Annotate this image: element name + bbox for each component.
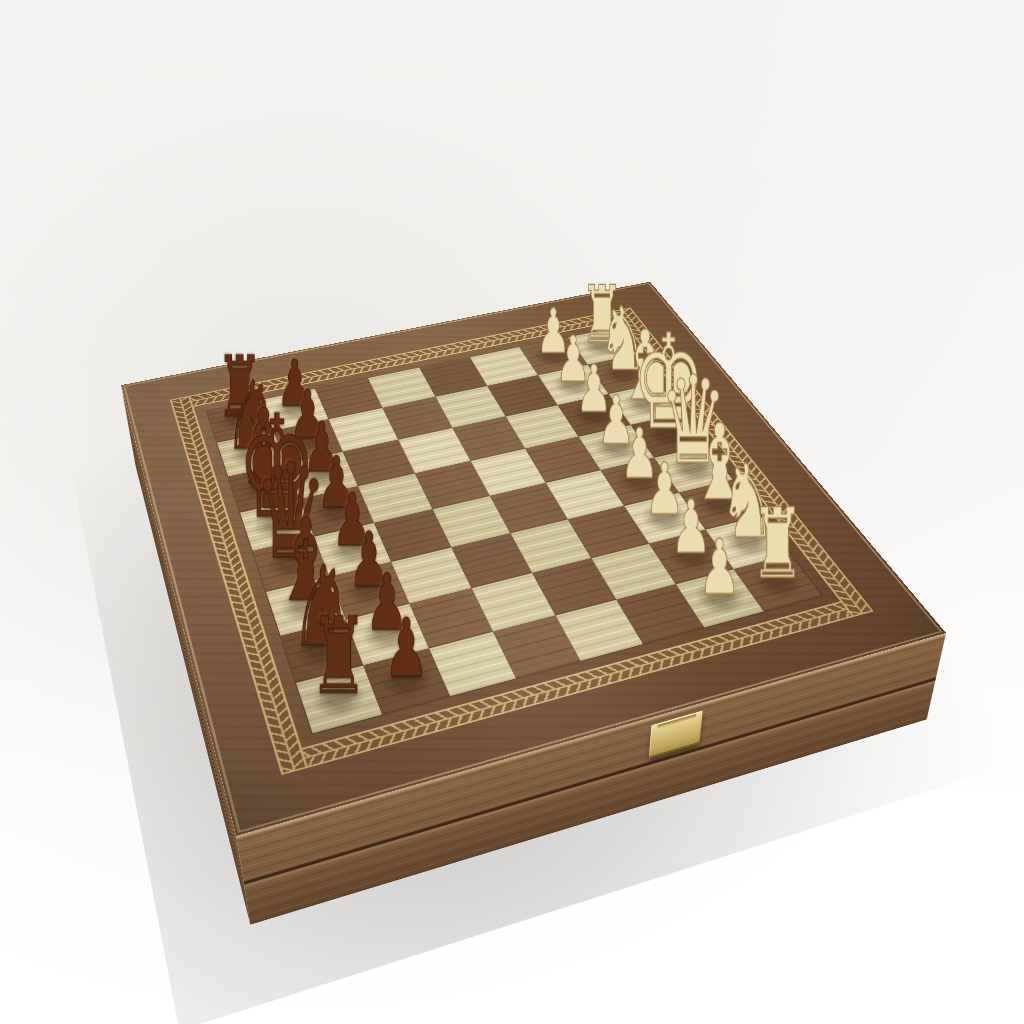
chess-case: ♜♞♝♛♚♝♞♜♟♟♟♟♟♟♟♟♟♟♟♟♟♟♟♟♜♞♝♛♚♝♞♜ [121,282,946,836]
brass-clasp [649,711,703,759]
scene: ♜♞♝♛♚♝♞♜♟♟♟♟♟♟♟♟♟♟♟♟♟♟♟♟♜♞♝♛♚♝♞♜ [0,0,1024,1024]
piece-black-rook-a8: ♜ [309,603,368,709]
piece-white-pawn-a2: ♟ [698,529,740,605]
piece-white-rook-a1: ♜ [751,495,805,592]
product-photo: ♜♞♝♛♚♝♞♜♟♟♟♟♟♟♟♟♟♟♟♟♟♟♟♟♜♞♝♛♚♝♞♜ [0,0,1024,1024]
piece-black-pawn-a7: ♟ [384,608,429,689]
